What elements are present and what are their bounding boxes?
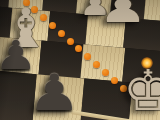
white-king[interactable]: ♚ (116, 60, 160, 116)
move-path-dot (102, 69, 109, 76)
black-pawn-2-glyph: ♟ (28, 68, 81, 118)
white-piece-partial-2[interactable]: ♟ (91, 0, 155, 26)
move-path-dot (93, 61, 100, 68)
white-piece-partial-2-glyph: ♟ (99, 0, 147, 28)
king-cross-sparkle (141, 57, 153, 69)
chess-game-screen: ♝♟♟♟♟♚ (0, 0, 160, 120)
move-path-dot (58, 30, 65, 37)
black-pawn-2[interactable]: ♟ (22, 65, 86, 115)
move-path-dot (67, 38, 74, 45)
white-king-glyph: ♚ (123, 63, 160, 119)
